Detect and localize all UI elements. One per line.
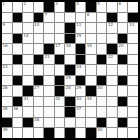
cell-r13c12[interactable]	[118, 128, 128, 138]
cell-r7c10[interactable]	[97, 65, 107, 75]
clue-number-39: 39	[3, 128, 8, 133]
clue-number-27: 27	[34, 86, 39, 91]
cell-r5c9[interactable]: 19	[86, 44, 96, 54]
clue-number-40: 40	[97, 128, 102, 133]
cell-r12c2[interactable]	[13, 118, 23, 128]
cell-r7c1[interactable]: 23	[2, 65, 12, 75]
cell-r9c11[interactable]	[107, 86, 117, 96]
cell-r6c7[interactable]	[65, 55, 75, 65]
cell-r2c6[interactable]	[55, 13, 65, 23]
clue-number-19: 19	[87, 44, 92, 49]
cell-r3c2[interactable]	[13, 23, 23, 33]
cell-r3c9[interactable]	[86, 23, 96, 33]
cell-r8c7[interactable]: 25	[65, 76, 75, 86]
cell-r3c8[interactable]: 11	[76, 23, 86, 33]
cell-r6c9[interactable]	[86, 55, 96, 65]
black-cell-r12c12	[118, 118, 128, 128]
crossword-board: 1234567891011121314151617181920212223242…	[0, 0, 140, 140]
cell-r3c10[interactable]	[97, 23, 107, 33]
cell-r13c11[interactable]	[107, 128, 117, 138]
clue-number-9: 9	[3, 23, 6, 28]
cell-r4c4[interactable]	[34, 34, 44, 44]
cell-r3c13[interactable]: 13	[128, 23, 138, 33]
black-cell-r6c12	[118, 55, 128, 65]
cell-r3c3[interactable]	[23, 23, 33, 33]
cell-r3c11[interactable]: 12	[107, 23, 117, 33]
black-cell-r4c12	[118, 34, 128, 44]
cell-r9c10[interactable]: 30	[97, 86, 107, 96]
cell-r10c4[interactable]	[34, 97, 44, 107]
cell-r11c10[interactable]	[97, 107, 107, 117]
black-cell-r1c7	[65, 2, 75, 12]
cell-r13c10[interactable]: 40	[97, 128, 107, 138]
cell-r10c9[interactable]: 34	[86, 97, 96, 107]
black-cell-r8c12	[118, 76, 128, 86]
cell-r1c13[interactable]	[128, 2, 138, 12]
cell-r11c3[interactable]	[23, 107, 33, 117]
clue-number-3: 3	[55, 2, 58, 7]
cell-r2c3[interactable]	[23, 13, 33, 23]
cell-r9c8[interactable]: 29	[76, 86, 86, 96]
clue-number-7: 7	[45, 13, 48, 18]
cell-r4c9[interactable]	[86, 34, 96, 44]
clue-number-12: 12	[108, 23, 113, 28]
cell-r5c10[interactable]	[97, 44, 107, 54]
cell-r6c13[interactable]	[128, 55, 138, 65]
cell-r4c1[interactable]	[2, 34, 12, 44]
clue-number-18: 18	[66, 44, 71, 49]
cell-r12c5[interactable]	[44, 118, 54, 128]
cell-r9c12[interactable]	[118, 86, 128, 96]
cell-r12c6[interactable]	[55, 118, 65, 128]
cell-r1c11[interactable]	[107, 2, 117, 12]
black-cell-r13c5	[44, 128, 54, 138]
clue-number-20: 20	[118, 44, 123, 49]
cell-r12c8[interactable]	[76, 118, 86, 128]
cell-r1c10[interactable]: 5	[97, 2, 107, 12]
cell-r4c5[interactable]	[44, 34, 54, 44]
black-cell-r5c11	[107, 44, 117, 54]
cell-r1c1[interactable]: 1	[2, 2, 12, 12]
cell-r7c6[interactable]	[55, 65, 65, 75]
black-cell-r6c8	[76, 55, 86, 65]
black-cell-r10c7	[65, 97, 75, 107]
cell-r10c5[interactable]	[44, 97, 54, 107]
black-cell-r2c2	[13, 13, 23, 23]
clue-number-14: 14	[24, 34, 29, 39]
clue-number-36: 36	[13, 107, 18, 112]
black-cell-r1c5	[44, 2, 54, 12]
clue-number-11: 11	[76, 23, 81, 28]
cell-r13c4[interactable]	[34, 128, 44, 138]
cell-r7c3[interactable]	[23, 65, 33, 75]
cell-r9c5[interactable]	[44, 86, 54, 96]
cell-r7c4[interactable]	[34, 65, 44, 75]
cell-r7c13[interactable]	[128, 65, 138, 75]
black-cell-r10c2	[13, 97, 23, 107]
cell-r1c2[interactable]	[13, 2, 23, 12]
cell-r6c11[interactable]: 22	[107, 55, 117, 65]
cell-r1c12[interactable]: 6	[118, 2, 128, 12]
cell-r12c11[interactable]	[107, 118, 117, 128]
cell-r2c10[interactable]	[97, 13, 107, 23]
cell-r3c1[interactable]: 9	[2, 23, 12, 33]
cell-r8c5[interactable]	[44, 76, 54, 86]
clue-number-4: 4	[76, 2, 79, 7]
cell-r10c13[interactable]	[128, 97, 138, 107]
cell-r10c3[interactable]: 31	[23, 97, 33, 107]
cell-r2c7[interactable]	[65, 13, 75, 23]
cell-r11c2[interactable]: 36	[13, 107, 23, 117]
cell-r13c13[interactable]	[128, 128, 138, 138]
cell-r13c3[interactable]	[23, 128, 33, 138]
cell-r4c6[interactable]	[55, 34, 65, 44]
black-cell-r13c9	[86, 128, 96, 138]
clue-number-1: 1	[3, 2, 6, 7]
cell-r9c7[interactable]: 28	[65, 86, 75, 96]
clue-number-2: 2	[24, 2, 27, 7]
cell-r10c6[interactable]: 32	[55, 97, 65, 107]
black-cell-r9c9	[86, 86, 96, 96]
cell-r5c3[interactable]	[23, 44, 33, 54]
clue-number-30: 30	[97, 86, 102, 91]
cell-r10c1[interactable]	[2, 97, 12, 107]
black-cell-r6c10	[97, 55, 107, 65]
cell-r8c9[interactable]	[86, 76, 96, 86]
clue-number-35: 35	[3, 107, 8, 112]
black-cell-r8c2	[13, 76, 23, 86]
black-cell-r4c7	[65, 34, 75, 44]
cell-r1c6[interactable]: 3	[55, 2, 65, 12]
black-cell-r12c10	[97, 118, 107, 128]
black-cell-r12c3	[23, 118, 33, 128]
cell-r13c1[interactable]: 39	[2, 128, 12, 138]
black-cell-r6c2	[13, 55, 23, 65]
cell-r9c4[interactable]: 27	[34, 86, 44, 96]
cell-r5c7[interactable]: 18	[65, 44, 75, 54]
cell-r1c8[interactable]: 4	[76, 2, 86, 12]
cell-r2c1[interactable]	[2, 13, 12, 23]
black-cell-r13c7	[65, 128, 75, 138]
cell-r2c8[interactable]	[76, 13, 86, 23]
black-cell-r5c5	[44, 44, 54, 54]
cell-r10c10[interactable]	[97, 97, 107, 107]
cell-r8c1[interactable]	[2, 76, 12, 86]
cell-r10c8[interactable]: 33	[76, 97, 86, 107]
cell-r4c3[interactable]: 14	[23, 34, 33, 44]
clue-number-33: 33	[76, 97, 81, 102]
black-cell-r10c12	[118, 97, 128, 107]
cell-r1c4[interactable]	[34, 2, 44, 12]
cell-r13c2[interactable]	[13, 128, 23, 138]
cell-r8c11[interactable]	[107, 76, 117, 86]
cell-r11c1[interactable]: 35	[2, 107, 12, 117]
clue-number-34: 34	[87, 97, 92, 102]
clue-number-29: 29	[76, 86, 81, 91]
cell-r5c6[interactable]: 17	[55, 44, 65, 54]
clue-number-38: 38	[34, 118, 39, 123]
cell-r7c5[interactable]	[44, 65, 54, 75]
cell-r4c11[interactable]	[107, 34, 117, 44]
clue-number-22: 22	[108, 55, 113, 60]
clue-number-16: 16	[3, 44, 8, 49]
cell-r6c1[interactable]	[2, 55, 12, 65]
clue-number-8: 8	[87, 13, 90, 18]
cell-r7c12[interactable]	[118, 65, 128, 75]
cell-r5c2[interactable]	[13, 44, 23, 54]
clue-number-37: 37	[76, 107, 81, 112]
clue-number-5: 5	[97, 2, 100, 7]
clue-number-26: 26	[3, 86, 8, 91]
cell-r4c8[interactable]: 15	[76, 34, 86, 44]
black-cell-r5c8	[76, 44, 86, 54]
cell-r9c1[interactable]: 26	[2, 86, 12, 96]
cell-r3c5[interactable]	[44, 23, 54, 33]
cell-r11c5[interactable]	[44, 107, 54, 117]
cell-r11c6[interactable]	[55, 107, 65, 117]
cell-r13c8[interactable]	[76, 128, 86, 138]
cell-r8c3[interactable]	[23, 76, 33, 86]
clue-number-32: 32	[55, 97, 60, 102]
cell-r11c12[interactable]	[118, 107, 128, 117]
cell-r12c4[interactable]: 38	[34, 118, 44, 128]
clue-number-21: 21	[45, 55, 50, 60]
cell-r6c5[interactable]: 21	[44, 55, 54, 65]
cell-r12c13[interactable]	[128, 118, 138, 128]
cell-r11c8[interactable]: 37	[76, 107, 86, 117]
black-cell-r9c6	[55, 86, 65, 96]
clue-number-6: 6	[118, 2, 121, 7]
cell-r6c3[interactable]	[23, 55, 33, 65]
cell-r2c12[interactable]	[118, 13, 128, 23]
clue-number-24: 24	[76, 65, 81, 70]
black-cell-r7c7	[65, 65, 75, 75]
black-cell-r8c4	[34, 76, 44, 86]
cell-r3c4[interactable]: 10	[34, 23, 44, 33]
clue-number-23: 23	[3, 65, 8, 70]
clue-number-28: 28	[66, 86, 71, 91]
black-cell-r3c7	[65, 23, 75, 33]
cell-r7c11[interactable]	[107, 65, 117, 75]
black-cell-r8c6	[55, 76, 65, 86]
clue-number-10: 10	[34, 23, 39, 28]
clue-number-31: 31	[24, 97, 29, 102]
black-cell-r2c4	[34, 13, 44, 23]
cell-r3c12[interactable]	[118, 23, 128, 33]
black-cell-r9c3	[23, 86, 33, 96]
cell-r2c9[interactable]: 8	[86, 13, 96, 23]
cell-r5c1[interactable]: 16	[2, 44, 12, 54]
cell-r11c9[interactable]	[86, 107, 96, 117]
cell-r10c11[interactable]	[107, 97, 117, 107]
black-cell-r8c8	[76, 76, 86, 86]
cell-r12c9[interactable]	[86, 118, 96, 128]
black-cell-r12c1	[2, 118, 12, 128]
black-cell-r4c2	[13, 34, 23, 44]
cell-r7c8[interactable]: 24	[76, 65, 86, 75]
cell-r9c2[interactable]	[13, 86, 23, 96]
cell-r11c11[interactable]	[107, 107, 117, 117]
cell-r9c13[interactable]	[128, 86, 138, 96]
cell-r4c10[interactable]	[97, 34, 107, 44]
cell-r3c6[interactable]	[55, 23, 65, 33]
black-cell-r11c7	[65, 107, 75, 117]
black-cell-r1c9	[86, 2, 96, 12]
cell-r13c6[interactable]	[55, 128, 65, 138]
cell-r12c7[interactable]	[65, 118, 75, 128]
clue-number-15: 15	[76, 34, 81, 39]
cell-r1c3[interactable]: 2	[23, 2, 33, 12]
cell-r5c13[interactable]	[128, 44, 138, 54]
black-cell-r2c13	[128, 13, 138, 23]
cell-r5c4[interactable]	[34, 44, 44, 54]
cell-r11c4[interactable]	[34, 107, 44, 117]
clue-number-13: 13	[129, 23, 134, 28]
cell-r5c12[interactable]: 20	[118, 44, 128, 54]
black-cell-r6c6	[55, 55, 65, 65]
black-cell-r6c4	[34, 55, 44, 65]
cell-r2c5[interactable]: 7	[44, 13, 54, 23]
black-cell-r2c11	[107, 13, 117, 23]
cell-r11c13[interactable]	[128, 107, 138, 117]
cell-r7c9[interactable]	[86, 65, 96, 75]
cell-r7c2[interactable]	[13, 65, 23, 75]
clue-number-25: 25	[66, 76, 71, 81]
clue-number-17: 17	[55, 44, 60, 49]
cell-r8c13[interactable]	[128, 76, 138, 86]
cell-r4c13[interactable]	[128, 34, 138, 44]
black-cell-r8c10	[97, 76, 107, 86]
